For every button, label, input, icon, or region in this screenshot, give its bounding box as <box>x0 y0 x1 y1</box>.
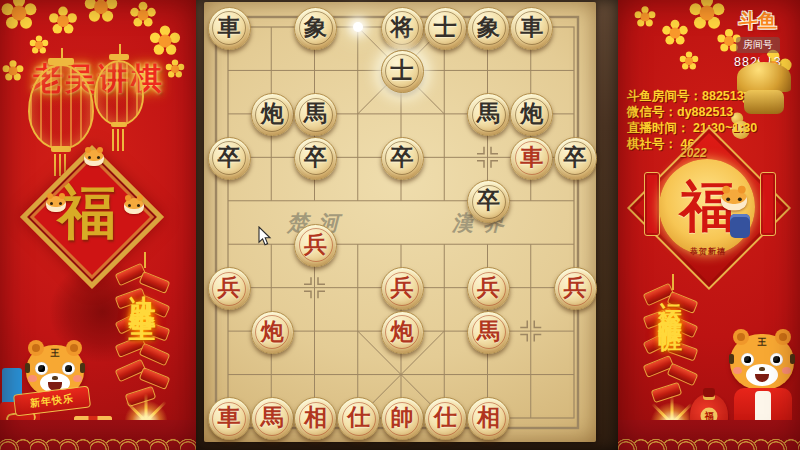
piece-red-兵[interactable]: 兵 <box>294 224 337 267</box>
tiger-banner: 新年快乐 <box>13 385 91 416</box>
firecracker-icon <box>667 315 699 339</box>
lantern-foot <box>51 146 71 152</box>
couplet-scroll <box>644 172 660 236</box>
piece-red-帥[interactable]: 帥 <box>381 397 424 440</box>
piece-red-馬[interactable]: 馬 <box>251 397 294 440</box>
tiger-nose <box>759 367 765 371</box>
tiger-head: 王 <box>730 334 794 390</box>
blossom-icon <box>57 15 69 27</box>
tiger-stripe <box>729 354 734 364</box>
tiger-eye <box>62 362 75 375</box>
piece-black-象[interactable]: 象 <box>294 7 337 50</box>
tiger-cheek <box>73 375 82 382</box>
tiger-banner-text: 新年快乐 <box>29 392 74 408</box>
piece-black-馬[interactable]: 馬 <box>294 93 337 136</box>
tiger-stripe <box>25 363 30 373</box>
tiger-stripe <box>790 354 795 364</box>
blossom-icon <box>94 0 108 14</box>
piece-black-卒[interactable]: 卒 <box>208 137 251 180</box>
stream-frame: 老吴讲棋 福 <box>0 0 800 450</box>
blossom-icon <box>12 6 27 21</box>
douyu-room-badge: 房间号 <box>736 37 780 53</box>
firecracker-icon <box>667 339 699 361</box>
tiger-forehead-mark: 王 <box>730 336 794 349</box>
slogan-left: 决胜千里 <box>124 274 160 302</box>
mini-tiger-icon <box>46 196 66 212</box>
blossom-icon <box>138 10 149 21</box>
tiger-cheek <box>733 367 742 374</box>
piece-red-炮[interactable]: 炮 <box>381 311 424 354</box>
mini-tiger-icon <box>124 198 144 214</box>
tiger-cheek <box>782 367 791 374</box>
couplet-scroll <box>760 172 776 236</box>
blossom-icon <box>670 28 681 39</box>
info-room-line: 斗鱼房间号：882513 <box>627 88 757 104</box>
piece-black-車[interactable]: 車 <box>510 7 553 50</box>
tiger-drum <box>730 214 750 238</box>
piece-black-士[interactable]: 士 <box>381 50 424 93</box>
tiger-stripe <box>80 363 85 373</box>
lantern-foot <box>111 122 127 127</box>
board-surface[interactable]: 楚河 漢界 車象将士象車士炮馬馬炮卒卒卒車卒卒兵兵兵兵兵炮炮馬車馬相仕帥仕相 <box>204 2 596 442</box>
piece-black-卒[interactable]: 卒 <box>381 137 424 180</box>
piece-black-士[interactable]: 士 <box>424 7 467 50</box>
lantern-body <box>28 64 94 150</box>
blossom-icon <box>159 35 172 48</box>
wave-pattern <box>0 420 196 450</box>
piece-black-炮[interactable]: 炮 <box>251 93 294 136</box>
pieces-layer: 車象将士象車士炮馬馬炮卒卒卒車卒卒兵兵兵兵兵炮炮馬車馬相仕帥仕相 <box>204 2 596 442</box>
piece-red-相[interactable]: 相 <box>467 397 510 440</box>
tiger-cheek <box>28 375 37 382</box>
piece-black-車[interactable]: 車 <box>208 7 251 50</box>
tiger-forehead-mark: 王 <box>26 347 84 360</box>
tiger-eye <box>770 353 783 366</box>
piece-black-卒[interactable]: 卒 <box>294 137 337 180</box>
fu-character: 福 <box>47 176 127 248</box>
piece-red-兵[interactable]: 兵 <box>381 267 424 310</box>
lantern-tassel <box>112 129 126 151</box>
piece-red-相[interactable]: 相 <box>294 397 337 440</box>
right-decor-panel: 斗鱼 房间号 882513 斗鱼房间号：882513 微信号：dy882513 … <box>618 0 800 450</box>
piece-red-仕[interactable]: 仕 <box>337 397 380 440</box>
piece-red-仕[interactable]: 仕 <box>424 397 467 440</box>
piece-black-炮[interactable]: 炮 <box>510 93 553 136</box>
blossom-icon <box>641 13 650 22</box>
fu-caption: 恭贺新禧 <box>670 246 746 257</box>
xiangqi-board[interactable]: 楚河 漢界 車象将士象車士炮馬馬炮卒卒卒車卒卒兵兵兵兵兵炮炮馬車馬相仕帥仕相 <box>196 0 618 450</box>
piece-black-卒[interactable]: 卒 <box>554 137 597 180</box>
lantern-cap <box>48 58 74 65</box>
lantern-icon <box>28 64 94 150</box>
info-wechat-line: 微信号：dy882513 <box>627 104 757 120</box>
piece-red-炮[interactable]: 炮 <box>251 311 294 354</box>
piece-red-車[interactable]: 車 <box>510 137 553 180</box>
info-schedule-line: 直播时间： 21:30~1:30 <box>627 120 757 136</box>
piece-black-象[interactable]: 象 <box>467 7 510 50</box>
blossom-icon <box>724 36 734 46</box>
lantern-cap <box>109 54 129 60</box>
blossom-icon <box>685 57 693 65</box>
wave-pattern <box>618 420 800 450</box>
year-label: 2022 <box>680 146 707 160</box>
firecracker-icon <box>139 319 171 341</box>
firecracker-icon <box>139 367 171 390</box>
piece-black-卒[interactable]: 卒 <box>467 180 510 223</box>
cursor-arrow-icon <box>258 226 273 247</box>
left-decor-panel: 老吴讲棋 福 <box>0 0 196 450</box>
tiger-eye <box>35 362 48 375</box>
tiger-eye <box>741 353 754 366</box>
firecracker-cord <box>144 252 146 268</box>
piece-red-兵[interactable]: 兵 <box>208 267 251 310</box>
piece-red-車[interactable]: 車 <box>208 397 251 440</box>
blossom-icon <box>700 6 715 21</box>
mini-tiger-icon <box>84 150 104 166</box>
piece-red-兵[interactable]: 兵 <box>467 267 510 310</box>
lantern-icon <box>94 60 144 126</box>
blossom-icon <box>35 41 43 49</box>
piece-black-馬[interactable]: 馬 <box>467 93 510 136</box>
tiger-nose <box>52 376 58 380</box>
mini-tiger-icon <box>721 190 747 211</box>
mouse-cursor[interactable] <box>258 226 273 251</box>
slogan-right: 运筹帷幄 <box>654 282 686 318</box>
douyu-logo: 斗鱼 <box>734 8 782 34</box>
piece-black-将[interactable]: 将 <box>381 7 424 50</box>
piece-red-兵[interactable]: 兵 <box>554 267 597 310</box>
lantern-body <box>94 60 144 126</box>
piece-red-馬[interactable]: 馬 <box>467 311 510 354</box>
